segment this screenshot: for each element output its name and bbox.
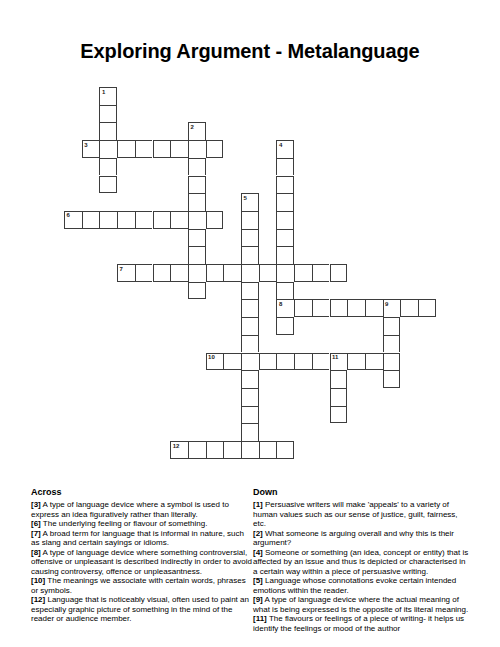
grid-cell[interactable]	[330, 299, 348, 317]
grid-cell[interactable]	[170, 211, 188, 229]
grid-cell[interactable]	[99, 176, 117, 194]
grid-cell[interactable]	[99, 122, 117, 140]
grid-cell[interactable]	[188, 229, 206, 247]
grid-cell[interactable]: 2	[188, 122, 206, 140]
clue-across-12: [12] Language that is noticeably visual,…	[31, 595, 252, 624]
grid-cell[interactable]	[99, 158, 117, 176]
grid-cell[interactable]	[259, 353, 277, 371]
down-clues-section: Down [1] Persuasive writers will make 'a…	[253, 487, 472, 633]
clue-across-6: [6] The underlying feeling or flavour of…	[31, 519, 252, 529]
grid-cell[interactable]	[241, 388, 259, 406]
grid-cell[interactable]	[206, 140, 224, 158]
grid-cell[interactable]	[135, 211, 153, 229]
grid-cell[interactable]: 3	[82, 140, 100, 158]
grid-cell[interactable]	[276, 441, 294, 459]
grid-cell[interactable]	[170, 140, 188, 158]
grid-cell[interactable]: 8	[276, 299, 294, 317]
crossword-grid: 123456789101112	[64, 87, 436, 459]
grid-cell[interactable]	[276, 246, 294, 264]
grid-cell[interactable]	[188, 193, 206, 211]
grid-cell[interactable]	[276, 158, 294, 176]
grid-cell[interactable]	[276, 282, 294, 300]
grid-cell[interactable]	[365, 353, 383, 371]
cell-number: 1	[102, 89, 105, 96]
clue-down-4: [4] Someone or something (an idea, conce…	[253, 548, 472, 577]
grid-cell[interactable]	[223, 441, 241, 459]
grid-cell[interactable]	[276, 353, 294, 371]
cell-number: 9	[385, 301, 388, 308]
across-clues-section: Across [3] A type of language device whe…	[31, 487, 252, 624]
grid-cell[interactable]	[276, 176, 294, 194]
grid-cell[interactable]	[241, 423, 259, 441]
grid-cell[interactable]	[117, 140, 135, 158]
grid-cell[interactable]: 6	[64, 211, 82, 229]
grid-cell[interactable]	[82, 211, 100, 229]
across-clue-list: [3] A type of language device where a sy…	[31, 500, 252, 624]
grid-cell[interactable]	[241, 264, 259, 282]
grid-cell[interactable]	[276, 211, 294, 229]
grid-cell[interactable]	[330, 264, 348, 282]
grid-cell[interactable]	[188, 176, 206, 194]
grid-cell[interactable]	[383, 353, 401, 371]
cell-number: 5	[244, 195, 247, 202]
cell-number: 6	[67, 212, 70, 219]
clue-down-2: [2] What someone is arguing overall and …	[253, 529, 472, 548]
clue-across-7: [7] A broad term for language that is in…	[31, 529, 252, 548]
grid-cell[interactable]	[135, 264, 153, 282]
grid-cell[interactable]	[294, 299, 312, 317]
grid-cell[interactable]	[259, 264, 277, 282]
grid-cell[interactable]	[241, 211, 259, 229]
grid-cell[interactable]	[312, 299, 330, 317]
grid-cell[interactable]	[241, 246, 259, 264]
grid-cell[interactable]	[241, 441, 259, 459]
grid-cell[interactable]	[330, 406, 348, 424]
grid-cell[interactable]	[241, 406, 259, 424]
grid-cell[interactable]	[347, 299, 365, 317]
across-header: Across	[31, 487, 252, 497]
grid-cell[interactable]	[153, 211, 171, 229]
clue-down-11: [11] The flavours or feelings of a piece…	[253, 614, 472, 633]
clue-across-10: [10] The meanings we associate with cert…	[31, 576, 252, 595]
cell-number: 8	[279, 301, 282, 308]
grid-cell[interactable]	[153, 140, 171, 158]
grid-cell[interactable]	[365, 299, 383, 317]
grid-cell[interactable]: 10	[206, 353, 224, 371]
grid-cell[interactable]	[99, 211, 117, 229]
cell-number: 11	[332, 354, 338, 361]
grid-cell[interactable]	[241, 353, 259, 371]
clue-down-1: [1] Persuasive writers will make 'appeal…	[253, 500, 472, 529]
grid-cell[interactable]	[206, 211, 224, 229]
grid-cell[interactable]	[418, 299, 436, 317]
grid-cell[interactable]	[276, 264, 294, 282]
down-header: Down	[253, 487, 472, 497]
grid-cell[interactable]	[383, 370, 401, 388]
grid-cell[interactable]	[383, 335, 401, 353]
crossword-page: Exploring Argument - Metalanguage 123456…	[0, 0, 500, 647]
grid-cell[interactable]	[223, 264, 241, 282]
grid-cell[interactable]	[276, 193, 294, 211]
grid-cell[interactable]: 7	[117, 264, 135, 282]
cell-number: 4	[279, 142, 282, 149]
cell-number: 2	[190, 124, 193, 131]
grid-cell[interactable]	[99, 140, 117, 158]
grid-cell[interactable]	[206, 441, 224, 459]
grid-cell[interactable]	[188, 264, 206, 282]
grid-cell[interactable]	[330, 370, 348, 388]
grid-cell[interactable]	[294, 264, 312, 282]
grid-cell[interactable]	[312, 353, 330, 371]
cell-number: 7	[120, 266, 123, 273]
grid-cell[interactable]: 1	[99, 87, 117, 105]
grid-cell[interactable]	[347, 353, 365, 371]
grid-cell[interactable]: 5	[241, 193, 259, 211]
grid-cell[interactable]	[206, 264, 224, 282]
grid-cell[interactable]	[241, 317, 259, 335]
grid-cell[interactable]	[330, 388, 348, 406]
grid-cell[interactable]: 11	[330, 353, 348, 371]
grid-cell[interactable]	[188, 441, 206, 459]
cell-number: 12	[173, 443, 180, 450]
down-clue-list: [1] Persuasive writers will make 'appeal…	[253, 500, 472, 633]
grid-cell[interactable]	[241, 335, 259, 353]
grid-cell[interactable]	[188, 211, 206, 229]
grid-cell[interactable]	[223, 353, 241, 371]
grid-cell[interactable]	[294, 353, 312, 371]
grid-cell[interactable]	[188, 282, 206, 300]
grid-cell[interactable]	[99, 105, 117, 123]
grid-cell[interactable]	[135, 140, 153, 158]
grid-cell[interactable]	[312, 264, 330, 282]
grid-cell[interactable]	[276, 229, 294, 247]
cell-number: 3	[84, 142, 87, 149]
grid-cell[interactable]	[117, 211, 135, 229]
grid-cell[interactable]	[188, 246, 206, 264]
grid-cell[interactable]	[153, 264, 171, 282]
grid-cell[interactable]	[170, 264, 188, 282]
grid-cell[interactable]	[188, 140, 206, 158]
grid-cell[interactable]	[241, 370, 259, 388]
grid-cell[interactable]: 12	[170, 441, 188, 459]
grid-cell[interactable]: 4	[276, 140, 294, 158]
cell-number: 10	[208, 354, 215, 361]
clue-across-3: [3] A type of language device where a sy…	[31, 500, 252, 519]
grid-cell[interactable]	[259, 441, 277, 459]
grid-cell[interactable]	[241, 282, 259, 300]
clue-down-9: [9] A type of language device where the …	[253, 595, 472, 614]
grid-cell[interactable]	[276, 317, 294, 335]
grid-cell[interactable]	[383, 317, 401, 335]
clue-across-8: [8] A type of language device where some…	[31, 548, 252, 577]
grid-cell[interactable]: 9	[383, 299, 401, 317]
grid-cell[interactable]	[188, 158, 206, 176]
grid-cell[interactable]	[241, 229, 259, 247]
grid-cell[interactable]	[400, 299, 418, 317]
puzzle-title: Exploring Argument - Metalanguage	[0, 39, 500, 63]
clue-down-5: [5] Language whose connotations evoke ce…	[253, 576, 472, 595]
grid-cell[interactable]	[241, 299, 259, 317]
